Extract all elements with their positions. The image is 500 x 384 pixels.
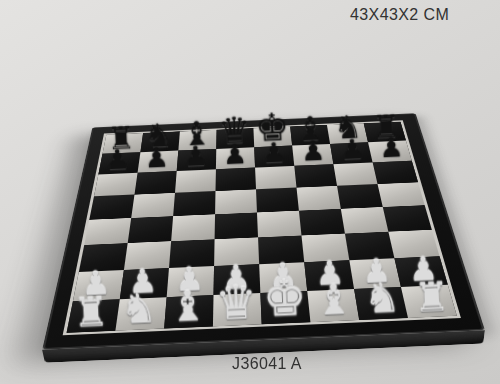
- square-d6: [215, 168, 256, 191]
- square-d3: [214, 237, 259, 266]
- square-h4: [383, 205, 432, 232]
- black-knight-b8: ♞: [144, 120, 174, 153]
- silver-pawn-g2: ♟: [361, 255, 391, 289]
- square-f2: ♟: [304, 260, 354, 291]
- model-number-label: J36041 A: [232, 355, 302, 373]
- square-b4: [128, 216, 173, 243]
- silver-pawn-h2: ♟: [408, 253, 438, 287]
- square-f6: [294, 164, 337, 187]
- square-a8: ♜: [102, 133, 143, 154]
- square-c5: [173, 191, 215, 216]
- square-c8: ♝: [178, 130, 216, 151]
- square-d7: ♟: [216, 147, 255, 169]
- square-h5: [378, 182, 425, 207]
- square-c6: [175, 169, 216, 193]
- square-e8: ♚: [253, 127, 292, 148]
- square-h7: ♟: [368, 141, 412, 163]
- black-bishop-f8: ♝: [295, 112, 326, 146]
- square-a3: [79, 243, 128, 272]
- square-g5: [337, 184, 383, 209]
- square-f1: ♝: [307, 289, 359, 322]
- square-d1: ♛: [213, 293, 262, 326]
- black-king-e8: ♚: [255, 109, 291, 148]
- square-g2: ♟: [349, 258, 401, 289]
- black-knight-g8: ♞: [333, 111, 363, 144]
- square-h3: [388, 230, 439, 258]
- square-g7: ♟: [330, 142, 373, 164]
- square-f7: ♟: [292, 144, 333, 166]
- square-e2: ♟: [259, 262, 307, 293]
- square-a6: [94, 173, 138, 197]
- square-f4: [299, 209, 345, 236]
- black-rook-a8: ♜: [107, 122, 136, 154]
- square-b7: ♟: [138, 151, 179, 173]
- square-d4: [215, 212, 258, 239]
- square-b6: [134, 171, 176, 195]
- square-h2: ♟: [394, 256, 447, 287]
- square-e7: ♟: [254, 146, 294, 168]
- square-b3: [124, 241, 171, 270]
- black-queen-d8: ♛: [218, 112, 252, 149]
- board-base: ♜♞♝♛♚♝♞♜♟♟♟♟♟♟♟♟♟♟♟♟♟♟♟♟♜♞♝♛♚♝♞♜: [42, 113, 485, 349]
- square-b8: ♞: [140, 131, 179, 152]
- square-a2: ♟: [73, 270, 124, 301]
- silver-pawn-d2: ♟: [221, 261, 251, 295]
- square-g4: [341, 207, 389, 234]
- silver-pawn-b2: ♟: [128, 265, 158, 299]
- square-e3: [258, 235, 304, 264]
- silver-pawn-a2: ♟: [81, 267, 111, 301]
- square-f8: ♝: [290, 125, 330, 146]
- square-f5: [297, 186, 341, 211]
- square-d2: ♟: [214, 264, 261, 295]
- square-a4: [84, 218, 131, 245]
- square-h8: ♜: [364, 122, 406, 143]
- square-b5: [131, 193, 175, 218]
- square-g3: [345, 232, 394, 261]
- square-a1: ♜: [67, 299, 120, 333]
- square-e6: [255, 166, 296, 189]
- square-g8: ♞: [327, 123, 368, 144]
- square-b2: ♟: [120, 268, 169, 299]
- chess-board: ♜♞♝♛♚♝♞♜♟♟♟♟♟♟♟♟♟♟♟♟♟♟♟♟♜♞♝♛♚♝♞♜: [63, 120, 461, 335]
- square-e5: [256, 187, 299, 212]
- square-c2: ♟: [167, 266, 214, 297]
- silver-pawn-e2: ♟: [268, 259, 298, 293]
- square-e4: [257, 211, 301, 238]
- square-d8: ♛: [216, 128, 254, 149]
- square-f3: [301, 234, 349, 263]
- black-bishop-c8: ♝: [181, 117, 212, 151]
- square-a5: [89, 195, 134, 220]
- square-a7: ♟: [98, 152, 140, 174]
- square-c1: ♝: [164, 295, 213, 328]
- chess-set-photo: ♜♞♝♛♚♝♞♜♟♟♟♟♟♟♟♟♟♟♟♟♟♟♟♟♜♞♝♛♚♝♞♜: [63, 18, 453, 384]
- square-g1: ♞: [354, 287, 408, 320]
- silver-pawn-f2: ♟: [315, 257, 345, 291]
- square-d5: [215, 189, 257, 214]
- board-tilt-wrapper: ♜♞♝♛♚♝♞♜♟♟♟♟♟♟♟♟♟♟♟♟♟♟♟♟♜♞♝♛♚♝♞♜: [42, 113, 485, 349]
- square-c4: [171, 214, 215, 241]
- black-rook-h8: ♜: [372, 111, 401, 143]
- square-h6: [373, 161, 418, 184]
- square-b1: ♞: [115, 297, 166, 331]
- square-g6: [333, 162, 377, 185]
- square-c7: ♟: [177, 149, 217, 171]
- square-h1: ♜: [401, 285, 457, 318]
- silver-pawn-c2: ♟: [174, 263, 204, 297]
- square-c3: [169, 239, 215, 268]
- square-e1: ♚: [260, 291, 310, 324]
